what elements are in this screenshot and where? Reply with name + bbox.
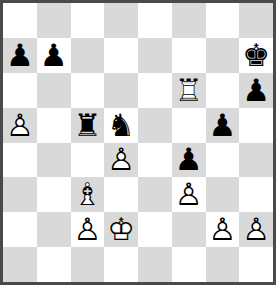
piece-glyph: ♟	[206, 108, 240, 143]
square-a6[interactable]	[3, 73, 37, 108]
square-f3[interactable]: ♟♙	[172, 177, 206, 212]
white-king: ♚♔	[104, 212, 138, 247]
square-e7[interactable]	[138, 38, 172, 73]
square-e5[interactable]	[138, 108, 172, 143]
black-rook: ♜	[71, 108, 105, 143]
square-b1[interactable]	[37, 247, 71, 282]
white-pawn: ♟♙	[172, 177, 206, 212]
square-e6[interactable]	[138, 73, 172, 108]
square-h4[interactable]	[239, 143, 273, 178]
square-h5[interactable]	[239, 108, 273, 143]
square-d7[interactable]	[104, 38, 138, 73]
square-e1[interactable]	[138, 247, 172, 282]
square-a3[interactable]	[3, 177, 37, 212]
square-g1[interactable]	[206, 247, 240, 282]
square-g5[interactable]: ♟	[206, 108, 240, 143]
piece-glyph: ♞	[104, 108, 138, 143]
square-c2[interactable]: ♟♙	[71, 212, 105, 247]
square-b8[interactable]	[37, 3, 71, 38]
piece-outline-layer: ♖	[172, 73, 206, 108]
square-f4[interactable]: ♟	[172, 143, 206, 178]
black-knight: ♞	[104, 108, 138, 143]
square-b7[interactable]: ♟	[37, 38, 71, 73]
white-pawn: ♟♙	[239, 212, 273, 247]
square-f7[interactable]	[172, 38, 206, 73]
square-g3[interactable]	[206, 177, 240, 212]
black-pawn: ♟	[239, 73, 273, 108]
square-a8[interactable]	[3, 3, 37, 38]
square-d4[interactable]: ♟♙	[104, 143, 138, 178]
piece-glyph: ♟	[172, 143, 206, 178]
piece-outline-layer: ♙	[172, 177, 206, 212]
square-g6[interactable]	[206, 73, 240, 108]
square-f1[interactable]	[172, 247, 206, 282]
black-pawn: ♟	[206, 108, 240, 143]
square-c5[interactable]: ♜	[71, 108, 105, 143]
square-h1[interactable]	[239, 247, 273, 282]
black-pawn: ♟	[172, 143, 206, 178]
square-c1[interactable]	[71, 247, 105, 282]
square-e2[interactable]	[138, 212, 172, 247]
square-h8[interactable]	[239, 3, 273, 38]
piece-glyph: ♜	[71, 108, 105, 143]
square-b2[interactable]	[37, 212, 71, 247]
square-a1[interactable]	[3, 247, 37, 282]
square-a4[interactable]	[3, 143, 37, 178]
square-e8[interactable]	[138, 3, 172, 38]
square-a5[interactable]: ♟♙	[3, 108, 37, 143]
square-b4[interactable]	[37, 143, 71, 178]
white-bishop: ♝♗	[71, 177, 105, 212]
square-c7[interactable]	[71, 38, 105, 73]
square-h3[interactable]	[239, 177, 273, 212]
piece-outline-layer: ♗	[71, 177, 105, 212]
square-f6[interactable]: ♜♖	[172, 73, 206, 108]
square-c6[interactable]	[71, 73, 105, 108]
square-e3[interactable]	[138, 177, 172, 212]
square-b5[interactable]	[37, 108, 71, 143]
square-f2[interactable]	[172, 212, 206, 247]
square-f5[interactable]	[172, 108, 206, 143]
piece-glyph: ♟	[3, 38, 37, 73]
square-h2[interactable]: ♟♙	[239, 212, 273, 247]
piece-glyph: ♟	[239, 73, 273, 108]
chess-diagram: ♟♟♚♜♖♟♟♙♜♞♟♟♙♟♝♗♟♙♟♙♚♔♟♙♟♙	[0, 0, 276, 285]
square-g7[interactable]	[206, 38, 240, 73]
black-pawn: ♟	[37, 38, 71, 73]
piece-glyph: ♚	[239, 38, 273, 73]
black-pawn: ♟	[3, 38, 37, 73]
square-b6[interactable]	[37, 73, 71, 108]
piece-outline-layer: ♙	[104, 143, 138, 178]
piece-glyph: ♟	[37, 38, 71, 73]
square-d8[interactable]	[104, 3, 138, 38]
square-h6[interactable]: ♟	[239, 73, 273, 108]
white-pawn: ♟♙	[3, 108, 37, 143]
square-g2[interactable]: ♟♙	[206, 212, 240, 247]
piece-outline-layer: ♙	[71, 212, 105, 247]
square-b3[interactable]	[37, 177, 71, 212]
square-c8[interactable]	[71, 3, 105, 38]
white-pawn: ♟♙	[71, 212, 105, 247]
chess-board: ♟♟♚♜♖♟♟♙♜♞♟♟♙♟♝♗♟♙♟♙♚♔♟♙♟♙	[0, 0, 276, 285]
square-d5[interactable]: ♞	[104, 108, 138, 143]
square-e4[interactable]	[138, 143, 172, 178]
square-d3[interactable]	[104, 177, 138, 212]
square-c4[interactable]	[71, 143, 105, 178]
piece-outline-layer: ♙	[239, 212, 273, 247]
square-d6[interactable]	[104, 73, 138, 108]
square-c3[interactable]: ♝♗	[71, 177, 105, 212]
piece-outline-layer: ♙	[3, 108, 37, 143]
square-f8[interactable]	[172, 3, 206, 38]
square-d2[interactable]: ♚♔	[104, 212, 138, 247]
square-h7[interactable]: ♚	[239, 38, 273, 73]
piece-outline-layer: ♙	[206, 212, 240, 247]
square-g4[interactable]	[206, 143, 240, 178]
piece-outline-layer: ♔	[104, 212, 138, 247]
square-a2[interactable]	[3, 212, 37, 247]
square-a7[interactable]: ♟	[3, 38, 37, 73]
square-d1[interactable]	[104, 247, 138, 282]
white-pawn: ♟♙	[104, 143, 138, 178]
white-pawn: ♟♙	[206, 212, 240, 247]
white-rook: ♜♖	[172, 73, 206, 108]
square-g8[interactable]	[206, 3, 240, 38]
black-king: ♚	[239, 38, 273, 73]
